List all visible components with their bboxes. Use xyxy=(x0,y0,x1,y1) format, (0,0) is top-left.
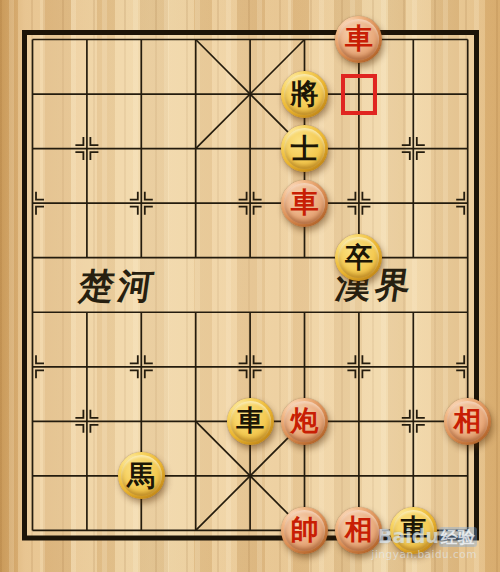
piece-face: 士 xyxy=(284,128,325,169)
piece-glyph: 相 xyxy=(454,407,482,435)
piece-face: 車 xyxy=(284,183,325,224)
piece-black-chariot[interactable]: 車 xyxy=(227,398,274,445)
piece-glyph: 車 xyxy=(236,407,264,435)
piece-black-advisor[interactable]: 士 xyxy=(281,125,328,172)
watermark-brand: Baidu经验 xyxy=(372,526,477,547)
piece-face: 車 xyxy=(338,19,379,60)
piece-glyph: 將 xyxy=(290,80,318,108)
piece-face: 馬 xyxy=(121,455,162,496)
piece-face: 車 xyxy=(230,401,271,442)
piece-glyph: 馬 xyxy=(127,462,155,490)
piece-red-chariot[interactable]: 車 xyxy=(335,16,382,63)
piece-face: 卒 xyxy=(338,237,379,278)
piece-glyph: 炮 xyxy=(290,407,318,435)
piece-red-elephant[interactable]: 相 xyxy=(444,398,491,445)
piece-face: 炮 xyxy=(284,401,325,442)
piece-face: 帥 xyxy=(284,510,325,551)
xiangqi-app: 楚河 漢界 車將士車卒車炮相馬帥相車 Baidu经验 jingyan.baidu… xyxy=(0,0,500,572)
watermark-brand-text: Baidu xyxy=(378,525,439,547)
piece-black-general[interactable]: 將 xyxy=(281,71,328,118)
piece-face: 相 xyxy=(447,401,488,442)
piece-black-horse[interactable]: 馬 xyxy=(118,452,165,499)
piece-glyph: 士 xyxy=(290,135,318,163)
piece-glyph: 卒 xyxy=(345,244,373,272)
piece-face: 將 xyxy=(284,74,325,115)
piece-grid: 車將士車卒車炮相馬帥相車 xyxy=(5,12,495,557)
piece-red-chariot[interactable]: 車 xyxy=(281,180,328,227)
piece-red-general[interactable]: 帥 xyxy=(281,507,328,554)
piece-glyph: 帥 xyxy=(290,516,318,544)
watermark-brand-suffix: 经验 xyxy=(439,527,477,547)
watermark-url: jingyan.baidu.com xyxy=(372,549,477,561)
piece-glyph: 車 xyxy=(290,189,318,217)
watermark: Baidu经验 jingyan.baidu.com xyxy=(372,526,477,560)
piece-glyph: 車 xyxy=(345,25,373,53)
last-move-highlight xyxy=(341,74,377,115)
piece-red-cannon[interactable]: 炮 xyxy=(281,398,328,445)
piece-black-soldier[interactable]: 卒 xyxy=(335,234,382,281)
piece-glyph: 相 xyxy=(345,516,373,544)
